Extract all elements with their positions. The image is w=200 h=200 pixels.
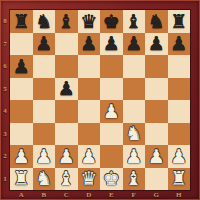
- file-label-h: H: [168, 189, 191, 200]
- square-h7[interactable]: ♟: [168, 33, 191, 56]
- square-f4[interactable]: [123, 100, 146, 123]
- square-d5[interactable]: [78, 78, 101, 101]
- rank-label-2: 2: [0, 145, 10, 168]
- piece-black-pawn[interactable]: ♟: [148, 34, 165, 53]
- square-g3[interactable]: [145, 123, 168, 146]
- square-g8[interactable]: ♞: [145, 10, 168, 33]
- square-g5[interactable]: [145, 78, 168, 101]
- square-c1[interactable]: ♝: [55, 168, 78, 191]
- square-a2[interactable]: ♟: [10, 145, 33, 168]
- file-label-f: F: [123, 189, 146, 200]
- square-b5[interactable]: [33, 78, 56, 101]
- piece-black-pawn[interactable]: ♟: [80, 34, 97, 53]
- square-c7[interactable]: [55, 33, 78, 56]
- square-h8[interactable]: ♜: [168, 10, 191, 33]
- square-e3[interactable]: [100, 123, 123, 146]
- file-label-d: D: [78, 189, 101, 200]
- square-e7[interactable]: ♟: [100, 33, 123, 56]
- piece-black-bishop[interactable]: ♝: [58, 11, 75, 30]
- square-a1[interactable]: ♜: [10, 168, 33, 191]
- square-d2[interactable]: ♟: [78, 145, 101, 168]
- square-a6[interactable]: ♟: [10, 55, 33, 78]
- piece-black-pawn[interactable]: ♟: [35, 34, 52, 53]
- square-d4[interactable]: [78, 100, 101, 123]
- square-h3[interactable]: [168, 123, 191, 146]
- square-d1[interactable]: ♛: [78, 168, 101, 191]
- square-f8[interactable]: ♝: [123, 10, 146, 33]
- file-label-b: B: [33, 189, 56, 200]
- rank-label-1: 1: [0, 168, 10, 191]
- square-h1[interactable]: ♜: [168, 168, 191, 191]
- rank-label-6: 6: [0, 55, 10, 78]
- square-g7[interactable]: ♟: [145, 33, 168, 56]
- square-f1[interactable]: ♝: [123, 168, 146, 191]
- square-a5[interactable]: [10, 78, 33, 101]
- square-c5[interactable]: ♟: [55, 78, 78, 101]
- file-label-g: G: [145, 189, 168, 200]
- square-h4[interactable]: [168, 100, 191, 123]
- piece-black-pawn[interactable]: ♟: [103, 34, 120, 53]
- square-h6[interactable]: [168, 55, 191, 78]
- square-f3[interactable]: ♞: [123, 123, 146, 146]
- file-label-c: C: [55, 189, 78, 200]
- piece-black-knight[interactable]: ♞: [148, 11, 165, 30]
- piece-black-queen[interactable]: ♛: [80, 11, 97, 30]
- square-c4[interactable]: [55, 100, 78, 123]
- file-label-e: E: [100, 189, 123, 200]
- piece-black-pawn[interactable]: ♟: [58, 79, 75, 98]
- piece-black-pawn[interactable]: ♟: [170, 34, 187, 53]
- square-g1[interactable]: [145, 168, 168, 191]
- piece-white-bishop[interactable]: ♝: [58, 169, 75, 188]
- square-e2[interactable]: [100, 145, 123, 168]
- piece-white-pawn[interactable]: ♟: [103, 101, 120, 120]
- square-e4[interactable]: ♟: [100, 100, 123, 123]
- square-h2[interactable]: ♟: [168, 145, 191, 168]
- rank-label-8: 8: [0, 10, 10, 33]
- square-e1[interactable]: ♚: [100, 168, 123, 191]
- piece-black-pawn[interactable]: ♟: [125, 34, 142, 53]
- piece-white-pawn[interactable]: ♟: [80, 146, 97, 165]
- square-f6[interactable]: [123, 55, 146, 78]
- piece-white-pawn[interactable]: ♟: [125, 146, 142, 165]
- square-f5[interactable]: [123, 78, 146, 101]
- square-c3[interactable]: [55, 123, 78, 146]
- piece-white-king[interactable]: ♚: [103, 169, 120, 188]
- square-f2[interactable]: ♟: [123, 145, 146, 168]
- piece-white-knight[interactable]: ♞: [125, 124, 142, 143]
- piece-black-pawn[interactable]: ♟: [13, 56, 30, 75]
- piece-white-knight[interactable]: ♞: [35, 169, 52, 188]
- square-h5[interactable]: [168, 78, 191, 101]
- square-e5[interactable]: [100, 78, 123, 101]
- piece-black-knight[interactable]: ♞: [35, 11, 52, 30]
- piece-black-rook[interactable]: ♜: [170, 11, 187, 30]
- rank-label-7: 7: [0, 33, 10, 56]
- square-c6[interactable]: [55, 55, 78, 78]
- piece-black-king[interactable]: ♚: [103, 11, 120, 30]
- piece-black-rook[interactable]: ♜: [13, 11, 30, 30]
- square-d6[interactable]: [78, 55, 101, 78]
- piece-white-pawn[interactable]: ♟: [58, 146, 75, 165]
- square-f7[interactable]: ♟: [123, 33, 146, 56]
- piece-black-bishop[interactable]: ♝: [125, 11, 142, 30]
- square-a8[interactable]: ♜: [10, 10, 33, 33]
- square-b7[interactable]: ♟: [33, 33, 56, 56]
- square-g2[interactable]: ♟: [145, 145, 168, 168]
- square-d7[interactable]: ♟: [78, 33, 101, 56]
- rank-label-3: 3: [0, 123, 10, 146]
- square-d3[interactable]: [78, 123, 101, 146]
- piece-white-bishop[interactable]: ♝: [125, 169, 142, 188]
- square-b8[interactable]: ♞: [33, 10, 56, 33]
- rank-label-4: 4: [0, 100, 10, 123]
- square-d8[interactable]: ♛: [78, 10, 101, 33]
- chess-board: ♜♞♝♛♚♝♞♜♟♟♟♟♟♟♟♟♟♞♟♟♟♟♟♟♟♜♞♝♛♚♝♜: [10, 10, 190, 190]
- piece-white-pawn[interactable]: ♟: [148, 146, 165, 165]
- square-b2[interactable]: ♟: [33, 145, 56, 168]
- rank-label-5: 5: [0, 78, 10, 101]
- square-a3[interactable]: [10, 123, 33, 146]
- piece-white-queen[interactable]: ♛: [80, 169, 97, 188]
- piece-white-pawn[interactable]: ♟: [170, 146, 187, 165]
- piece-white-rook[interactable]: ♜: [13, 169, 30, 188]
- square-a4[interactable]: [10, 100, 33, 123]
- chess-board-frame: ♜♞♝♛♚♝♞♜♟♟♟♟♟♟♟♟♟♞♟♟♟♟♟♟♟♜♞♝♛♚♝♜ 8765432…: [0, 0, 200, 200]
- square-b3[interactable]: [33, 123, 56, 146]
- square-e6[interactable]: [100, 55, 123, 78]
- square-b4[interactable]: [33, 100, 56, 123]
- square-b6[interactable]: [33, 55, 56, 78]
- square-c8[interactable]: ♝: [55, 10, 78, 33]
- file-label-a: A: [10, 189, 33, 200]
- square-g6[interactable]: [145, 55, 168, 78]
- piece-white-pawn[interactable]: ♟: [13, 146, 30, 165]
- piece-white-pawn[interactable]: ♟: [35, 146, 52, 165]
- square-a7[interactable]: [10, 33, 33, 56]
- square-g4[interactable]: [145, 100, 168, 123]
- square-e8[interactable]: ♚: [100, 10, 123, 33]
- square-b1[interactable]: ♞: [33, 168, 56, 191]
- square-c2[interactable]: ♟: [55, 145, 78, 168]
- piece-white-rook[interactable]: ♜: [170, 169, 187, 188]
